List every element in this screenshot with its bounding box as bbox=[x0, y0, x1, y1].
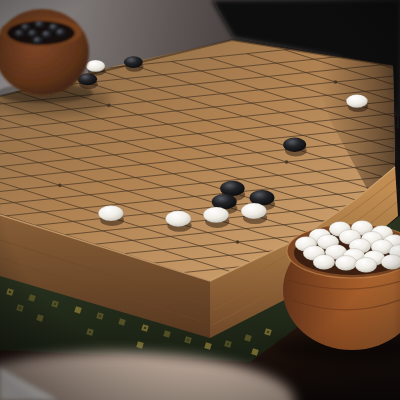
go-board-photo bbox=[0, 0, 400, 400]
vignette bbox=[0, 0, 400, 400]
go-scene bbox=[0, 0, 400, 400]
